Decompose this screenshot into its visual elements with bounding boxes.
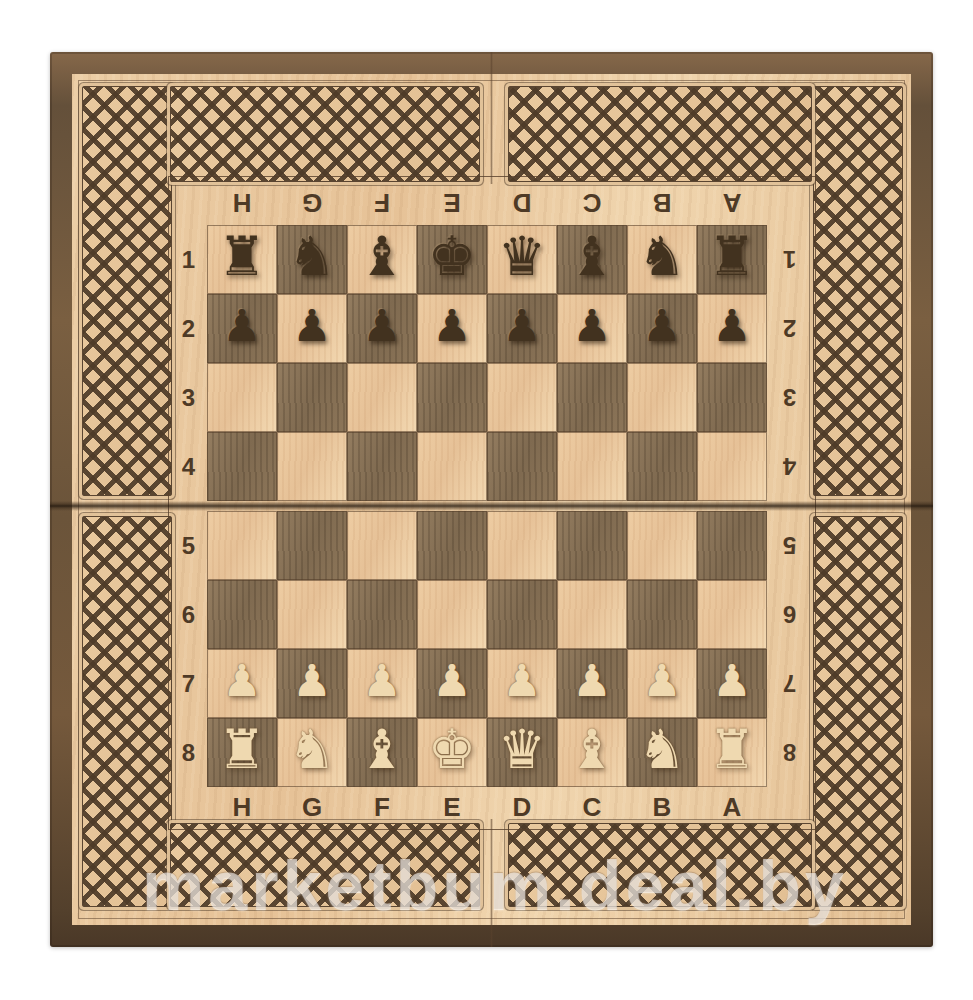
piece-black-knight[interactable]: ♞	[288, 230, 336, 284]
square-e1[interactable]: ♚	[417, 225, 487, 294]
square-h2[interactable]: ♟	[207, 294, 277, 363]
celtic-knot-column-right-bottom	[813, 516, 903, 907]
coordinate-label-g: G	[277, 180, 347, 225]
piece-black-pawn[interactable]: ♟	[572, 304, 611, 348]
coordinate-label-h: H	[207, 787, 277, 827]
box-joint-seam-top	[490, 52, 493, 184]
square-f4[interactable]	[347, 432, 417, 501]
coordinate-label-6: 6	[767, 580, 812, 649]
square-c5[interactable]	[557, 511, 627, 580]
square-c7[interactable]: ♟	[557, 649, 627, 718]
piece-white-pawn[interactable]: ♟	[292, 659, 331, 703]
piece-black-pawn[interactable]: ♟	[502, 304, 541, 348]
piece-black-bishop[interactable]: ♝	[568, 230, 616, 284]
square-b4[interactable]	[627, 432, 697, 501]
piece-black-rook[interactable]: ♜	[218, 230, 266, 284]
square-a1[interactable]: ♜	[697, 225, 767, 294]
piece-white-bishop[interactable]: ♝	[568, 723, 616, 777]
square-f1[interactable]: ♝	[347, 225, 417, 294]
square-g3[interactable]	[277, 363, 347, 432]
square-h6[interactable]	[207, 580, 277, 649]
piece-white-pawn[interactable]: ♟	[502, 659, 541, 703]
square-g2[interactable]: ♟	[277, 294, 347, 363]
square-a4[interactable]	[697, 432, 767, 501]
square-a7[interactable]: ♟	[697, 649, 767, 718]
coordinate-label-3: 3	[767, 363, 812, 432]
coordinate-label-5: 5	[767, 511, 812, 580]
square-a2[interactable]: ♟	[697, 294, 767, 363]
piece-white-queen[interactable]: ♛	[498, 723, 546, 777]
square-h4[interactable]	[207, 432, 277, 501]
coordinate-label-e: E	[417, 787, 487, 827]
piece-white-knight[interactable]: ♞	[288, 723, 336, 777]
square-b1[interactable]: ♞	[627, 225, 697, 294]
square-e3[interactable]	[417, 363, 487, 432]
square-e7[interactable]: ♟	[417, 649, 487, 718]
square-c8[interactable]: ♝	[557, 718, 627, 787]
square-f5[interactable]	[347, 511, 417, 580]
square-e8[interactable]: ♚	[417, 718, 487, 787]
coordinate-label-5: 5	[170, 511, 207, 580]
square-d4[interactable]	[487, 432, 557, 501]
piece-white-pawn[interactable]: ♟	[712, 659, 751, 703]
coordinate-label-f: F	[347, 787, 417, 827]
coordinate-label-3: 3	[170, 363, 207, 432]
wooden-chess-box: HGFEDCBA HGFEDCBA 12345678 12345678 ♜♞♝♚…	[50, 52, 933, 947]
square-b8[interactable]: ♞	[627, 718, 697, 787]
square-e6[interactable]	[417, 580, 487, 649]
square-b6[interactable]	[627, 580, 697, 649]
square-c2[interactable]: ♟	[557, 294, 627, 363]
coordinate-label-d: D	[487, 787, 557, 827]
piece-white-king[interactable]: ♚	[428, 723, 476, 777]
square-d2[interactable]: ♟	[487, 294, 557, 363]
coordinate-label-4: 4	[170, 432, 207, 501]
piece-black-pawn[interactable]: ♟	[712, 304, 751, 348]
piece-white-pawn[interactable]: ♟	[572, 659, 611, 703]
square-d5[interactable]	[487, 511, 557, 580]
square-g8[interactable]: ♞	[277, 718, 347, 787]
hinge-seam	[50, 501, 933, 511]
celtic-knot-band-top-right	[508, 86, 812, 182]
square-h5[interactable]	[207, 511, 277, 580]
square-d6[interactable]	[487, 580, 557, 649]
square-b5[interactable]	[627, 511, 697, 580]
square-e4[interactable]	[417, 432, 487, 501]
square-h7[interactable]: ♟	[207, 649, 277, 718]
square-e2[interactable]: ♟	[417, 294, 487, 363]
square-d1[interactable]: ♛	[487, 225, 557, 294]
celtic-knot-band-bottom-left	[170, 823, 480, 907]
board-upper-half: ♜♞♝♚♛♝♞♜♟♟♟♟♟♟♟♟	[207, 225, 767, 501]
coordinate-label-d: D	[487, 180, 557, 225]
piece-white-pawn[interactable]: ♟	[362, 659, 401, 703]
piece-black-pawn[interactable]: ♟	[222, 304, 261, 348]
board-face: HGFEDCBA HGFEDCBA 12345678 12345678 ♜♞♝♚…	[72, 74, 911, 925]
file-labels-top: HGFEDCBA	[207, 180, 767, 225]
piece-white-pawn[interactable]: ♟	[642, 659, 681, 703]
piece-white-bishop[interactable]: ♝	[358, 723, 406, 777]
square-g4[interactable]	[277, 432, 347, 501]
piece-black-pawn[interactable]: ♟	[642, 304, 681, 348]
square-a3[interactable]	[697, 363, 767, 432]
square-g7[interactable]: ♟	[277, 649, 347, 718]
square-h1[interactable]: ♜	[207, 225, 277, 294]
coordinate-label-e: E	[417, 180, 487, 225]
piece-black-rook[interactable]: ♜	[708, 230, 756, 284]
coordinate-label-c: C	[557, 180, 627, 225]
piece-white-knight[interactable]: ♞	[638, 723, 686, 777]
celtic-knot-band-top-left	[170, 86, 480, 182]
coordinate-label-4: 4	[767, 432, 812, 501]
celtic-knot-band-bottom-right	[508, 823, 812, 907]
square-b2[interactable]: ♟	[627, 294, 697, 363]
coordinate-label-7: 7	[170, 649, 207, 718]
square-b7[interactable]: ♟	[627, 649, 697, 718]
coordinate-label-h: H	[207, 180, 277, 225]
file-labels-bottom: HGFEDCBA	[207, 787, 767, 827]
board-lower-half: ♟♟♟♟♟♟♟♟♜♞♝♚♛♝♞♜	[207, 511, 767, 787]
coordinate-label-6: 6	[170, 580, 207, 649]
square-f8[interactable]: ♝	[347, 718, 417, 787]
square-c6[interactable]	[557, 580, 627, 649]
coordinate-label-1: 1	[767, 225, 812, 294]
piece-black-pawn[interactable]: ♟	[432, 304, 471, 348]
square-g6[interactable]	[277, 580, 347, 649]
square-f6[interactable]	[347, 580, 417, 649]
square-h8[interactable]: ♜	[207, 718, 277, 787]
square-c1[interactable]: ♝	[557, 225, 627, 294]
piece-black-bishop[interactable]: ♝	[358, 230, 406, 284]
piece-black-knight[interactable]: ♞	[638, 230, 686, 284]
square-d3[interactable]	[487, 363, 557, 432]
piece-black-queen[interactable]: ♛	[498, 230, 546, 284]
square-f7[interactable]: ♟	[347, 649, 417, 718]
coordinate-label-2: 2	[170, 294, 207, 363]
square-a5[interactable]	[697, 511, 767, 580]
square-e5[interactable]	[417, 511, 487, 580]
coordinate-label-2: 2	[767, 294, 812, 363]
coordinate-label-f: F	[347, 180, 417, 225]
piece-black-pawn[interactable]: ♟	[292, 304, 331, 348]
celtic-knot-column-right-top	[813, 86, 903, 496]
coordinate-label-g: G	[277, 787, 347, 827]
coordinate-label-8: 8	[767, 718, 812, 787]
coordinate-label-1: 1	[170, 225, 207, 294]
coordinate-label-a: A	[697, 787, 767, 827]
coordinate-label-b: B	[627, 787, 697, 827]
square-a6[interactable]	[697, 580, 767, 649]
piece-white-rook[interactable]: ♜	[708, 723, 756, 777]
coordinate-label-8: 8	[170, 718, 207, 787]
celtic-knot-column-left-bottom	[82, 516, 172, 907]
square-g5[interactable]	[277, 511, 347, 580]
coordinate-label-7: 7	[767, 649, 812, 718]
square-g1[interactable]: ♞	[277, 225, 347, 294]
square-h3[interactable]	[207, 363, 277, 432]
square-d7[interactable]: ♟	[487, 649, 557, 718]
coordinate-label-a: A	[697, 180, 767, 225]
celtic-knot-column-left-top	[82, 86, 172, 496]
square-d8[interactable]: ♛	[487, 718, 557, 787]
square-a8[interactable]: ♜	[697, 718, 767, 787]
piece-white-pawn[interactable]: ♟	[222, 659, 261, 703]
square-c4[interactable]	[557, 432, 627, 501]
square-b3[interactable]	[627, 363, 697, 432]
piece-white-rook[interactable]: ♜	[218, 723, 266, 777]
piece-black-pawn[interactable]: ♟	[362, 304, 401, 348]
square-f3[interactable]	[347, 363, 417, 432]
piece-white-pawn[interactable]: ♟	[432, 659, 471, 703]
piece-black-king[interactable]: ♚	[428, 230, 476, 284]
coordinate-label-c: C	[557, 787, 627, 827]
square-c3[interactable]	[557, 363, 627, 432]
product-photo: HGFEDCBA HGFEDCBA 12345678 12345678 ♜♞♝♚…	[0, 0, 973, 1000]
square-f2[interactable]: ♟	[347, 294, 417, 363]
box-joint-seam-bottom	[490, 819, 493, 947]
coordinate-label-b: B	[627, 180, 697, 225]
